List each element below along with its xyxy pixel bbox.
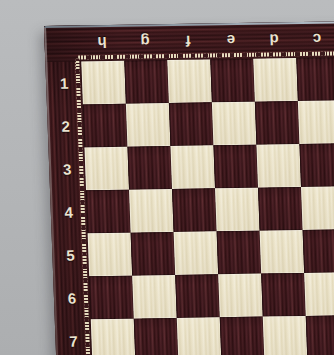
square-f7[interactable] (177, 317, 222, 355)
square-h2[interactable] (83, 104, 128, 148)
square-c7[interactable] (306, 315, 334, 355)
square-e6[interactable] (218, 274, 263, 318)
square-e2[interactable] (212, 102, 257, 146)
square-c4[interactable] (301, 186, 334, 230)
square-g7[interactable] (134, 318, 179, 355)
rank-label-2: 2 (50, 104, 82, 147)
square-g6[interactable] (132, 275, 177, 319)
file-label-d: d (252, 25, 296, 56)
square-c3[interactable] (299, 143, 334, 187)
square-d4[interactable] (258, 187, 303, 231)
square-h7[interactable] (91, 319, 136, 355)
square-e1[interactable] (210, 59, 255, 103)
rank-label-5: 5 (55, 233, 87, 276)
square-g4[interactable] (129, 189, 174, 233)
file-label-f: f (166, 26, 210, 57)
square-d1[interactable] (253, 58, 298, 102)
square-d3[interactable] (256, 144, 301, 188)
square-f3[interactable] (170, 145, 215, 189)
square-h1[interactable] (81, 61, 126, 105)
file-label-e: e (209, 26, 253, 57)
square-c1[interactable] (296, 57, 334, 101)
square-e4[interactable] (215, 188, 260, 232)
chess-board: hgfedcba12345678 (44, 19, 334, 355)
rank-label-3: 3 (51, 147, 83, 190)
file-label-c: c (295, 24, 334, 55)
square-e7[interactable] (220, 317, 265, 355)
square-e5[interactable] (217, 231, 262, 275)
file-label-h: h (80, 28, 124, 59)
square-d7[interactable] (263, 316, 308, 355)
square-c5[interactable] (303, 229, 334, 273)
square-e3[interactable] (213, 145, 258, 189)
photo-background: { "game": "chess", "scene": "Overhead ph… (0, 0, 334, 355)
file-label-g: g (123, 27, 167, 58)
square-g2[interactable] (126, 103, 171, 147)
square-f1[interactable] (167, 59, 212, 103)
rank-label-1: 1 (48, 61, 80, 104)
rank-label-7: 7 (58, 319, 90, 355)
square-h6[interactable] (89, 276, 134, 320)
square-d2[interactable] (255, 101, 300, 145)
square-g3[interactable] (127, 146, 172, 190)
rank-label-6: 6 (56, 276, 88, 319)
square-h4[interactable] (86, 190, 131, 234)
square-f6[interactable] (175, 274, 220, 318)
square-h5[interactable] (88, 233, 133, 277)
square-h3[interactable] (84, 147, 129, 191)
square-g1[interactable] (124, 60, 169, 104)
square-f2[interactable] (169, 102, 214, 146)
rank-label-4: 4 (53, 190, 85, 233)
square-c6[interactable] (304, 272, 334, 316)
square-d6[interactable] (261, 273, 306, 317)
square-g5[interactable] (131, 232, 176, 276)
square-c2[interactable] (298, 100, 334, 144)
square-f4[interactable] (172, 188, 217, 232)
square-d5[interactable] (260, 230, 305, 274)
square-f5[interactable] (174, 231, 219, 275)
playing-field (81, 56, 334, 355)
